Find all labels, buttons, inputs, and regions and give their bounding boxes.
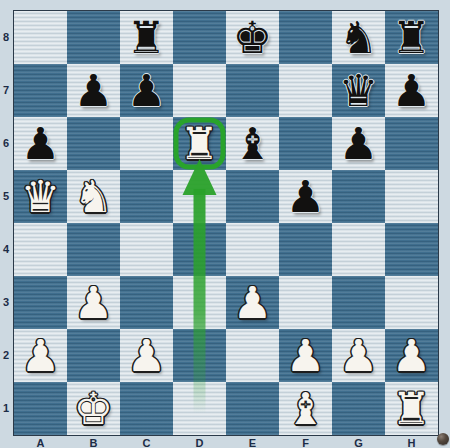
square-b7[interactable]: ♟: [67, 64, 120, 117]
square-c5[interactable]: [120, 170, 173, 223]
square-e5[interactable]: [226, 170, 279, 223]
square-e3[interactable]: ♟: [226, 276, 279, 329]
piece-black-rook[interactable]: ♜: [385, 11, 438, 64]
piece-white-pawn[interactable]: ♟: [120, 329, 173, 382]
square-e4[interactable]: [226, 223, 279, 276]
rank-label-8: 8: [0, 10, 12, 63]
square-c4[interactable]: [120, 223, 173, 276]
file-label-a: A: [14, 437, 67, 448]
square-f2[interactable]: ♟: [279, 329, 332, 382]
piece-black-knight[interactable]: ♞: [332, 11, 385, 64]
square-g3[interactable]: [332, 276, 385, 329]
square-d5[interactable]: [173, 170, 226, 223]
piece-black-king[interactable]: ♚: [226, 11, 279, 64]
square-a8[interactable]: [14, 11, 67, 64]
square-d6[interactable]: ♜: [173, 117, 226, 170]
square-a1[interactable]: [14, 382, 67, 435]
square-b5[interactable]: ♞: [67, 170, 120, 223]
square-a6[interactable]: ♟: [14, 117, 67, 170]
chess-app-canvas: { "game": "chess", "position": { "fen": …: [0, 0, 450, 448]
square-e2[interactable]: [226, 329, 279, 382]
file-label-h: H: [385, 437, 438, 448]
file-label-d: D: [173, 437, 226, 448]
piece-white-pawn[interactable]: ♟: [226, 276, 279, 329]
square-d4[interactable]: [173, 223, 226, 276]
piece-white-knight[interactable]: ♞: [67, 170, 120, 223]
square-f3[interactable]: [279, 276, 332, 329]
square-f4[interactable]: [279, 223, 332, 276]
piece-white-king[interactable]: ♚: [67, 382, 120, 435]
piece-black-pawn[interactable]: ♟: [67, 64, 120, 117]
square-g5[interactable]: [332, 170, 385, 223]
piece-black-bishop[interactable]: ♝: [226, 117, 279, 170]
square-c8[interactable]: ♜: [120, 11, 173, 64]
piece-white-pawn[interactable]: ♟: [14, 329, 67, 382]
square-b4[interactable]: [67, 223, 120, 276]
square-a3[interactable]: [14, 276, 67, 329]
piece-white-queen[interactable]: ♛: [14, 170, 67, 223]
rank-label-7: 7: [0, 63, 12, 116]
square-f7[interactable]: [279, 64, 332, 117]
piece-white-rook[interactable]: ♜: [385, 382, 438, 435]
piece-black-rook[interactable]: ♜: [120, 11, 173, 64]
rank-label-2: 2: [0, 328, 12, 381]
square-d3[interactable]: [173, 276, 226, 329]
file-label-c: C: [120, 437, 173, 448]
piece-white-pawn[interactable]: ♟: [279, 329, 332, 382]
square-g2[interactable]: ♟: [332, 329, 385, 382]
square-e1[interactable]: [226, 382, 279, 435]
square-c3[interactable]: [120, 276, 173, 329]
file-label-e: E: [226, 437, 279, 448]
rank-label-3: 3: [0, 275, 12, 328]
square-f8[interactable]: [279, 11, 332, 64]
square-h3[interactable]: [385, 276, 438, 329]
square-c6[interactable]: [120, 117, 173, 170]
file-label-b: B: [67, 437, 120, 448]
square-f6[interactable]: [279, 117, 332, 170]
square-d7[interactable]: [173, 64, 226, 117]
square-h5[interactable]: [385, 170, 438, 223]
piece-white-pawn[interactable]: ♟: [385, 329, 438, 382]
square-b2[interactable]: [67, 329, 120, 382]
square-g6[interactable]: ♟: [332, 117, 385, 170]
piece-black-pawn[interactable]: ♟: [120, 64, 173, 117]
rank-label-6: 6: [0, 116, 12, 169]
file-label-f: F: [279, 437, 332, 448]
square-g8[interactable]: ♞: [332, 11, 385, 64]
square-b8[interactable]: [67, 11, 120, 64]
rank-label-5: 5: [0, 169, 12, 222]
square-g1[interactable]: [332, 382, 385, 435]
piece-black-queen[interactable]: ♛: [332, 64, 385, 117]
square-h4[interactable]: [385, 223, 438, 276]
piece-black-pawn[interactable]: ♟: [385, 64, 438, 117]
piece-white-pawn[interactable]: ♟: [67, 276, 120, 329]
square-e7[interactable]: [226, 64, 279, 117]
square-a4[interactable]: [14, 223, 67, 276]
square-h1[interactable]: ♜: [385, 382, 438, 435]
square-e8[interactable]: ♚: [226, 11, 279, 64]
file-label-g: G: [332, 437, 385, 448]
square-h2[interactable]: ♟: [385, 329, 438, 382]
piece-white-bishop[interactable]: ♝: [279, 382, 332, 435]
square-h7[interactable]: ♟: [385, 64, 438, 117]
square-d2[interactable]: [173, 329, 226, 382]
square-c1[interactable]: [120, 382, 173, 435]
piece-black-pawn[interactable]: ♟: [279, 170, 332, 223]
piece-white-pawn[interactable]: ♟: [332, 329, 385, 382]
square-a5[interactable]: ♛: [14, 170, 67, 223]
square-e6[interactable]: ♝: [226, 117, 279, 170]
square-d8[interactable]: [173, 11, 226, 64]
side-to-move-indicator: [437, 433, 449, 445]
square-a2[interactable]: ♟: [14, 329, 67, 382]
rank-label-4: 4: [0, 222, 12, 275]
square-c2[interactable]: ♟: [120, 329, 173, 382]
square-h8[interactable]: ♜: [385, 11, 438, 64]
piece-white-rook[interactable]: ♜: [173, 117, 226, 170]
chess-board-frame: ♜♚♞♜♟♟♛♟♟♜♝♟♛♞♟♟♟♟♟♟♟♟♚♝♜: [13, 10, 439, 436]
chess-board: ♜♚♞♜♟♟♛♟♟♜♝♟♛♞♟♟♟♟♟♟♟♟♚♝♜: [14, 11, 438, 435]
square-b6[interactable]: [67, 117, 120, 170]
piece-black-pawn[interactable]: ♟: [14, 117, 67, 170]
square-h6[interactable]: [385, 117, 438, 170]
rank-label-1: 1: [0, 381, 12, 434]
square-c7[interactable]: ♟: [120, 64, 173, 117]
square-b3[interactable]: ♟: [67, 276, 120, 329]
square-f5[interactable]: ♟: [279, 170, 332, 223]
square-g7[interactable]: ♛: [332, 64, 385, 117]
square-g4[interactable]: [332, 223, 385, 276]
square-a7[interactable]: [14, 64, 67, 117]
piece-black-pawn[interactable]: ♟: [332, 117, 385, 170]
square-f1[interactable]: ♝: [279, 382, 332, 435]
square-d1[interactable]: [173, 382, 226, 435]
square-b1[interactable]: ♚: [67, 382, 120, 435]
